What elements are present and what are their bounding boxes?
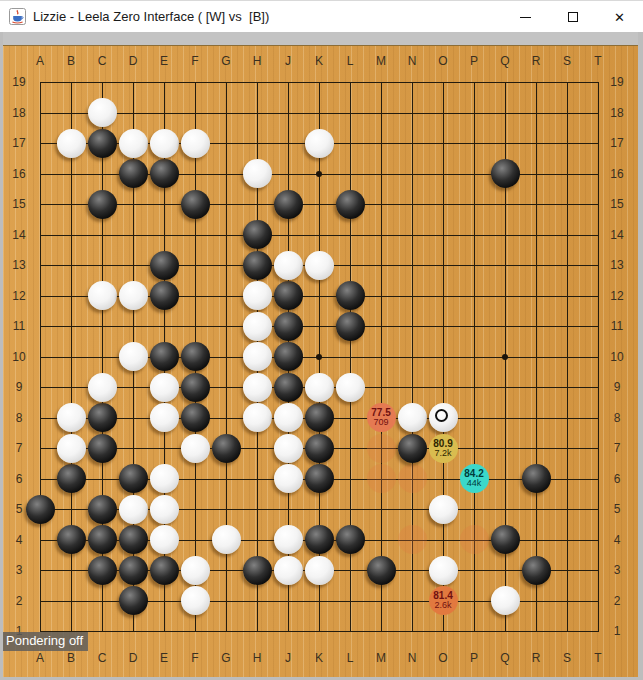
column-label-top: G [221, 55, 230, 67]
black-stone [88, 129, 117, 158]
row-label-right: 9 [614, 381, 621, 393]
star-point [316, 354, 322, 360]
white-stone [119, 495, 148, 524]
black-stone [150, 556, 179, 585]
white-stone [181, 586, 210, 615]
close-button[interactable]: ✕ [596, 1, 643, 33]
row-label-right: 5 [614, 503, 621, 515]
row-label-left: 8 [16, 412, 23, 424]
black-stone [398, 434, 427, 463]
white-stone [243, 312, 272, 341]
black-stone [305, 434, 334, 463]
white-stone [57, 434, 86, 463]
black-stone [88, 525, 117, 554]
column-label-top: H [253, 55, 262, 67]
black-stone [88, 190, 117, 219]
column-label-bottom: L [347, 652, 354, 664]
white-stone [243, 281, 272, 310]
white-stone [243, 373, 272, 402]
suggestion-visits: 709 [373, 418, 388, 427]
row-label-right: 3 [614, 564, 621, 576]
black-stone [274, 312, 303, 341]
white-stone [243, 342, 272, 371]
white-stone [150, 373, 179, 402]
white-stone [88, 281, 117, 310]
row-label-right: 6 [614, 473, 621, 485]
black-stone [88, 434, 117, 463]
pondering-status: Pondering off [3, 632, 88, 651]
black-stone [150, 281, 179, 310]
row-label-right: 4 [614, 534, 621, 546]
menu-strip [3, 32, 638, 46]
black-stone [522, 464, 551, 493]
black-stone [88, 556, 117, 585]
column-label-bottom: T [594, 652, 601, 664]
row-label-left: 4 [16, 534, 23, 546]
black-stone [88, 403, 117, 432]
white-stone [150, 464, 179, 493]
white-stone [274, 464, 303, 493]
column-label-bottom: D [129, 652, 138, 664]
black-stone [26, 495, 55, 524]
black-stone [243, 220, 272, 249]
close-icon: ✕ [614, 11, 625, 24]
black-stone [119, 586, 148, 615]
black-stone [243, 251, 272, 280]
last-move-marker [435, 409, 448, 422]
column-label-top: A [36, 55, 44, 67]
black-stone [181, 190, 210, 219]
white-stone [274, 556, 303, 585]
black-stone [305, 525, 334, 554]
white-stone [274, 525, 303, 554]
column-label-bottom: E [160, 652, 168, 664]
white-stone [119, 129, 148, 158]
goban[interactable]: AABBCCDDEEFFGGHHJJKKLLMMNNOOPPQQRRSSTT19… [3, 46, 638, 677]
column-label-bottom: G [221, 652, 230, 664]
black-stone [336, 525, 365, 554]
black-stone [305, 464, 334, 493]
black-stone [305, 403, 334, 432]
white-stone [429, 556, 458, 585]
column-label-top: L [347, 55, 354, 67]
black-stone [274, 190, 303, 219]
faded-suggestion-circle[interactable] [460, 525, 489, 554]
minimize-icon [520, 17, 531, 18]
row-label-right: 8 [614, 412, 621, 424]
faded-suggestion-circle[interactable] [398, 464, 427, 493]
black-stone [150, 342, 179, 371]
white-stone [88, 98, 117, 127]
column-label-top: N [408, 55, 417, 67]
column-label-top: P [470, 55, 478, 67]
black-stone [212, 434, 241, 463]
white-stone [243, 159, 272, 188]
star-point [502, 354, 508, 360]
maximize-button[interactable] [549, 1, 596, 33]
lizzie-window: Lizzie - Leela Zero Interface ( [W] vs [… [0, 0, 643, 680]
black-stone [243, 556, 272, 585]
column-label-top: C [98, 55, 107, 67]
white-stone [398, 403, 427, 432]
column-label-top: S [563, 55, 571, 67]
white-stone [336, 373, 365, 402]
column-label-top: B [67, 55, 75, 67]
column-label-top: T [594, 55, 601, 67]
suggestion-circle-O7[interactable]: 80.97.2k [429, 434, 458, 463]
column-label-bottom: S [563, 652, 571, 664]
java-icon [9, 8, 26, 25]
column-label-bottom: Q [500, 652, 509, 664]
faded-suggestion-circle[interactable] [398, 525, 427, 554]
row-label-right: 2 [614, 595, 621, 607]
white-stone [243, 403, 272, 432]
column-label-bottom: C [98, 652, 107, 664]
suggestion-circle-O2[interactable]: 81.42.6k [429, 586, 458, 615]
white-stone [57, 129, 86, 158]
white-stone [181, 434, 210, 463]
column-label-bottom: N [408, 652, 417, 664]
column-label-bottom: P [470, 652, 478, 664]
white-stone [181, 556, 210, 585]
black-stone [119, 464, 148, 493]
row-label-right: 1 [614, 625, 621, 637]
white-stone [150, 495, 179, 524]
column-label-bottom: O [438, 652, 447, 664]
black-stone [336, 281, 365, 310]
row-label-left: 7 [16, 442, 23, 454]
white-stone [491, 586, 520, 615]
white-stone [150, 403, 179, 432]
faded-suggestion-circle[interactable] [367, 434, 396, 463]
column-label-bottom: A [36, 652, 44, 664]
column-label-top: K [315, 55, 323, 67]
black-stone [119, 556, 148, 585]
white-stone [57, 403, 86, 432]
row-label-left: 5 [16, 503, 23, 515]
column-label-top: F [191, 55, 198, 67]
black-stone [274, 281, 303, 310]
column-label-bottom: H [253, 652, 262, 664]
row-label-left: 11 [13, 320, 25, 332]
star-point [316, 171, 322, 177]
column-label-top: O [438, 55, 447, 67]
black-stone [491, 525, 520, 554]
row-label-left: 9 [16, 381, 23, 393]
column-label-bottom: J [285, 652, 291, 664]
white-stone [305, 251, 334, 280]
column-label-top: R [532, 55, 541, 67]
suggestion-winrate: 80.9 [433, 439, 452, 449]
black-stone [336, 190, 365, 219]
minimize-button[interactable] [502, 1, 549, 33]
white-stone [181, 129, 210, 158]
black-stone [491, 159, 520, 188]
white-stone [274, 251, 303, 280]
column-label-top: Q [500, 55, 509, 67]
white-stone [119, 342, 148, 371]
column-label-top: D [129, 55, 138, 67]
white-stone [274, 403, 303, 432]
title-bar: Lizzie - Leela Zero Interface ( [W] vs [… [0, 0, 643, 32]
black-stone [150, 159, 179, 188]
suggestion-visits: 7.2k [434, 449, 451, 458]
window-title: Lizzie - Leela Zero Interface ( [W] vs [… [33, 9, 269, 24]
white-stone [212, 525, 241, 554]
column-label-bottom: B [67, 652, 75, 664]
suggestion-visits: 2.6k [434, 601, 451, 610]
white-stone [119, 281, 148, 310]
black-stone [367, 556, 396, 585]
row-label-left: 3 [16, 564, 23, 576]
black-stone [57, 464, 86, 493]
column-label-bottom: R [532, 652, 541, 664]
black-stone [336, 312, 365, 341]
column-label-top: J [285, 55, 291, 67]
faded-suggestion-circle[interactable] [367, 464, 396, 493]
row-label-left: 6 [16, 473, 23, 485]
column-label-bottom: K [315, 652, 323, 664]
white-stone [150, 129, 179, 158]
black-stone [181, 342, 210, 371]
column-label-bottom: M [376, 652, 386, 664]
column-label-top: M [376, 55, 386, 67]
black-stone [119, 159, 148, 188]
suggestion-circle-P6[interactable]: 84.244k [460, 464, 489, 493]
black-stone [274, 373, 303, 402]
white-stone [150, 525, 179, 554]
white-stone [429, 403, 458, 432]
black-stone [522, 556, 551, 585]
suggestion-circle-M8[interactable]: 77.5709 [367, 403, 396, 432]
black-stone [181, 373, 210, 402]
black-stone [181, 403, 210, 432]
black-stone [274, 342, 303, 371]
column-label-bottom: F [191, 652, 198, 664]
white-stone [429, 495, 458, 524]
row-label-right: 7 [614, 442, 621, 454]
white-stone [274, 434, 303, 463]
suggestion-visits: 44k [467, 479, 482, 488]
window-controls: ✕ [502, 1, 643, 33]
white-stone [305, 129, 334, 158]
white-stone [305, 556, 334, 585]
maximize-icon [568, 12, 578, 22]
black-stone [119, 525, 148, 554]
stones-layer: 77.570980.97.2k84.244k81.42.6k [25, 67, 614, 647]
white-stone [305, 373, 334, 402]
black-stone [150, 251, 179, 280]
black-stone [57, 525, 86, 554]
black-stone [88, 495, 117, 524]
column-label-top: E [160, 55, 168, 67]
window-frame: AABBCCDDEEFFGGHHJJKKLLMMNNOOPPQQRRSSTT19… [0, 32, 643, 680]
white-stone [88, 373, 117, 402]
row-label-left: 2 [16, 595, 23, 607]
